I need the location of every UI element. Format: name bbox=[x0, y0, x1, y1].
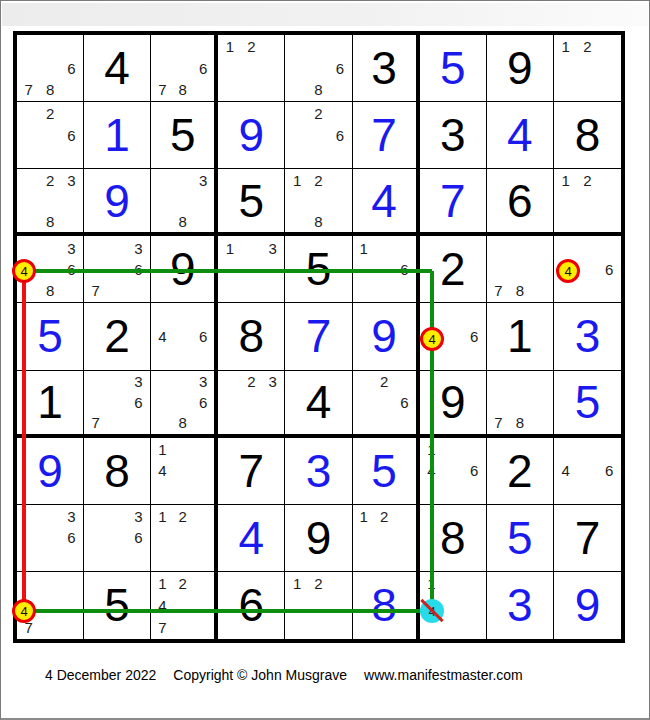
solved-digit: 4 bbox=[218, 505, 284, 571]
pencil-mark-8: 8 bbox=[39, 211, 60, 231]
pencil-marks: 26 bbox=[18, 103, 82, 167]
pencil-mark-1: 1 bbox=[152, 506, 172, 527]
cell-r2c3[interactable]: 5 bbox=[151, 102, 218, 169]
pencil-mark-3: 3 bbox=[262, 372, 283, 392]
cell-r1c7[interactable]: 5 bbox=[420, 35, 487, 102]
cell-r6c2[interactable]: 367 bbox=[84, 371, 151, 438]
solved-digit: 9 bbox=[554, 572, 621, 639]
solved-digit: 1 bbox=[84, 102, 150, 168]
pencil-marks: 47 bbox=[18, 573, 82, 638]
pencil-mark-6: 6 bbox=[128, 392, 149, 412]
pencil-marks: 46 bbox=[152, 304, 213, 368]
pencil-mark-7: 7 bbox=[18, 616, 39, 638]
given-digit: 7 bbox=[218, 438, 284, 504]
cell-r4c4[interactable]: 13 bbox=[218, 236, 285, 303]
pencil-marks: 128 bbox=[286, 170, 350, 231]
pencil-marks: 146 bbox=[421, 439, 485, 503]
pencil-mark-1: 1 bbox=[354, 237, 374, 258]
cell-r9c3[interactable]: 1247 bbox=[151, 572, 218, 639]
cell-r3c8[interactable]: 6 bbox=[487, 169, 554, 236]
solved-digit: 4 bbox=[487, 102, 553, 168]
pencil-mark-8: 8 bbox=[509, 412, 530, 432]
pencil-mark-7: 7 bbox=[85, 280, 106, 301]
pencil-mark-8: 8 bbox=[308, 79, 329, 100]
cell-r2c9[interactable]: 8 bbox=[554, 102, 621, 169]
cell-r8c7[interactable]: 8 bbox=[420, 505, 487, 572]
cell-r6c1[interactable]: 1 bbox=[17, 371, 84, 438]
pencil-mark-4: 4 bbox=[555, 259, 577, 280]
pencil-mark-7: 7 bbox=[488, 412, 509, 432]
pencil-mark-6: 6 bbox=[61, 57, 82, 78]
pencil-mark-1: 1 bbox=[555, 170, 577, 190]
cell-r3c5[interactable]: 128 bbox=[285, 169, 352, 236]
header-bar bbox=[2, 3, 648, 26]
cell-r3c1[interactable]: 238 bbox=[17, 169, 84, 236]
cell-r3c7[interactable]: 7 bbox=[420, 169, 487, 236]
pencil-marks: 14 bbox=[152, 439, 213, 503]
cell-r6c6[interactable]: 26 bbox=[353, 371, 420, 438]
solved-digit: 5 bbox=[487, 505, 553, 571]
cell-r9c4[interactable]: 6 bbox=[218, 572, 285, 639]
pencil-mark-6: 6 bbox=[128, 259, 149, 280]
pencil-marks: 46 bbox=[421, 304, 485, 368]
caption: 4 December 2022 Copyright © John Musgrav… bbox=[45, 667, 523, 683]
pencil-marks: 46 bbox=[555, 237, 620, 301]
cell-r4c5[interactable]: 5 bbox=[285, 236, 352, 303]
sudoku-board: 6784678126835912261592673482389385128476… bbox=[13, 31, 625, 643]
pencil-mark-4: 4 bbox=[555, 460, 577, 481]
given-digit: 9 bbox=[151, 236, 214, 302]
pencil-mark-6: 6 bbox=[61, 259, 82, 280]
pencil-mark-6: 6 bbox=[193, 326, 213, 347]
pencil-mark-3: 3 bbox=[61, 170, 82, 190]
pencil-mark-8: 8 bbox=[173, 211, 193, 231]
pencil-mark-7: 7 bbox=[488, 280, 509, 301]
pencil-mark-2: 2 bbox=[374, 372, 394, 392]
solved-digit: 3 bbox=[554, 303, 621, 369]
cell-r1c2[interactable]: 4 bbox=[84, 35, 151, 102]
pencil-mark-6: 6 bbox=[598, 259, 620, 280]
pencil-mark-4: 4 bbox=[421, 595, 442, 617]
cell-r7c2[interactable]: 8 bbox=[84, 438, 151, 505]
pencil-mark-6: 6 bbox=[329, 57, 350, 78]
cell-r8c1[interactable]: 36 bbox=[17, 505, 84, 572]
cell-r1c1[interactable]: 678 bbox=[17, 35, 84, 102]
cell-r4c1[interactable]: 3468 bbox=[17, 236, 84, 303]
given-digit: 4 bbox=[285, 371, 351, 434]
cell-r3c4[interactable]: 5 bbox=[218, 169, 285, 236]
solved-digit: 5 bbox=[554, 371, 621, 434]
pencil-mark-4: 4 bbox=[152, 460, 172, 481]
cell-r9c2[interactable]: 5 bbox=[84, 572, 151, 639]
cell-r9c7[interactable]: 14 bbox=[420, 572, 487, 639]
pencil-mark-2: 2 bbox=[308, 170, 329, 190]
pencil-marks: 1247 bbox=[152, 573, 213, 638]
cell-r3c6[interactable]: 4 bbox=[353, 169, 420, 236]
pencil-mark-6: 6 bbox=[193, 392, 213, 412]
given-digit: 1 bbox=[487, 303, 553, 369]
pencil-mark-2: 2 bbox=[308, 573, 329, 595]
cell-r2c8[interactable]: 4 bbox=[487, 102, 554, 169]
pencil-mark-8: 8 bbox=[39, 280, 60, 301]
cell-r8c8[interactable]: 5 bbox=[487, 505, 554, 572]
pencil-mark-2: 2 bbox=[374, 506, 394, 527]
solved-digit: 7 bbox=[285, 303, 351, 369]
cell-r7c6[interactable]: 5 bbox=[353, 438, 420, 505]
pencil-mark-2: 2 bbox=[241, 372, 262, 392]
given-digit: 7 bbox=[554, 505, 621, 571]
pencil-marks: 38 bbox=[152, 170, 213, 231]
given-digit: 6 bbox=[487, 169, 553, 232]
pencil-marks: 12 bbox=[555, 36, 620, 100]
cell-r4c9[interactable]: 46 bbox=[554, 236, 621, 303]
pencil-mark-1: 1 bbox=[555, 36, 577, 57]
solved-digit: 4 bbox=[353, 169, 416, 232]
given-digit: 5 bbox=[285, 236, 351, 302]
cell-r5c9[interactable]: 3 bbox=[554, 303, 621, 370]
pencil-mark-1: 1 bbox=[286, 573, 307, 595]
cell-r4c7[interactable]: 2 bbox=[420, 236, 487, 303]
given-digit: 8 bbox=[420, 505, 486, 571]
cell-r6c9[interactable]: 5 bbox=[554, 371, 621, 438]
pencil-mark-2: 2 bbox=[173, 506, 193, 527]
pencil-mark-6: 6 bbox=[61, 527, 82, 548]
pencil-marks: 12 bbox=[354, 506, 415, 570]
solved-digit: 9 bbox=[84, 169, 150, 232]
given-digit: 2 bbox=[487, 438, 553, 504]
given-digit: 5 bbox=[84, 572, 150, 639]
pencil-mark-4: 4 bbox=[18, 595, 39, 617]
pencil-mark-2: 2 bbox=[308, 103, 329, 124]
given-digit: 5 bbox=[151, 102, 214, 168]
given-digit: 1 bbox=[17, 371, 83, 434]
cell-r8c3[interactable]: 12 bbox=[151, 505, 218, 572]
pencil-marks: 12 bbox=[286, 573, 350, 638]
solved-digit: 3 bbox=[487, 572, 553, 639]
pencil-marks: 46 bbox=[555, 439, 620, 503]
cell-r7c5[interactable]: 3 bbox=[285, 438, 352, 505]
cell-r2c1[interactable]: 26 bbox=[17, 102, 84, 169]
pencil-mark-7: 7 bbox=[152, 616, 172, 638]
solved-digit: 9 bbox=[218, 102, 284, 168]
pencil-marks: 238 bbox=[18, 170, 82, 231]
pencil-mark-3: 3 bbox=[61, 506, 82, 527]
cell-r7c8[interactable]: 2 bbox=[487, 438, 554, 505]
cell-r6c5[interactable]: 4 bbox=[285, 371, 352, 438]
pencil-marks: 26 bbox=[354, 372, 415, 433]
pencil-marks: 14 bbox=[421, 573, 485, 638]
cell-r5c1[interactable]: 5 bbox=[17, 303, 84, 370]
pencil-marks: 367 bbox=[85, 372, 149, 433]
pencil-mark-6: 6 bbox=[329, 124, 350, 145]
sudoku-diagram-page: 6784678126835912261592673482389385128476… bbox=[0, 0, 650, 720]
cell-r8c6[interactable]: 12 bbox=[353, 505, 420, 572]
pencil-marks: 16 bbox=[354, 237, 415, 301]
pencil-mark-2: 2 bbox=[39, 170, 60, 190]
cell-r1c6[interactable]: 3 bbox=[353, 35, 420, 102]
pencil-mark-6: 6 bbox=[598, 460, 620, 481]
pencil-mark-8: 8 bbox=[509, 280, 530, 301]
cell-r9c1[interactable]: 47 bbox=[17, 572, 84, 639]
solved-digit: 9 bbox=[17, 438, 83, 504]
caption-copyright: Copyright © John Musgrave bbox=[173, 667, 347, 683]
given-digit: 2 bbox=[84, 303, 150, 369]
pencil-mark-2: 2 bbox=[39, 103, 60, 124]
cell-r5c7[interactable]: 46 bbox=[420, 303, 487, 370]
pencil-marks: 26 bbox=[286, 103, 350, 167]
pencil-mark-3: 3 bbox=[193, 170, 213, 190]
cell-r1c3[interactable]: 678 bbox=[151, 35, 218, 102]
cell-r2c6[interactable]: 7 bbox=[353, 102, 420, 169]
pencil-mark-4: 4 bbox=[152, 595, 172, 617]
cell-r3c9[interactable]: 12 bbox=[554, 169, 621, 236]
pencil-mark-4: 4 bbox=[421, 460, 442, 481]
given-digit: 9 bbox=[285, 505, 351, 571]
solved-digit: 5 bbox=[420, 35, 486, 101]
given-digit: 6 bbox=[218, 572, 284, 639]
cell-r5c3[interactable]: 46 bbox=[151, 303, 218, 370]
given-digit: 2 bbox=[420, 236, 486, 302]
pencil-mark-1: 1 bbox=[286, 170, 307, 190]
cell-r6c4[interactable]: 23 bbox=[218, 371, 285, 438]
pencil-mark-1: 1 bbox=[421, 573, 442, 595]
pencil-mark-2: 2 bbox=[241, 36, 262, 57]
cell-r5c5[interactable]: 7 bbox=[285, 303, 352, 370]
pencil-marks: 68 bbox=[286, 36, 350, 100]
cell-r3c3[interactable]: 38 bbox=[151, 169, 218, 236]
caption-date: 4 December 2022 bbox=[45, 667, 156, 683]
pencil-marks: 36 bbox=[18, 506, 82, 570]
given-digit: 8 bbox=[218, 303, 284, 369]
pencil-mark-1: 1 bbox=[152, 439, 172, 460]
cell-r8c5[interactable]: 9 bbox=[285, 505, 352, 572]
pencil-marks: 368 bbox=[152, 372, 213, 433]
cell-r6c8[interactable]: 78 bbox=[487, 371, 554, 438]
pencil-mark-6: 6 bbox=[61, 124, 82, 145]
cell-r2c4[interactable]: 9 bbox=[218, 102, 285, 169]
pencil-mark-2: 2 bbox=[173, 573, 193, 595]
pencil-mark-8: 8 bbox=[39, 79, 60, 100]
cell-r9c5[interactable]: 12 bbox=[285, 572, 352, 639]
solved-digit: 7 bbox=[420, 169, 486, 232]
pencil-marks: 78 bbox=[488, 372, 552, 433]
pencil-mark-7: 7 bbox=[85, 412, 106, 432]
pencil-marks: 678 bbox=[152, 36, 213, 100]
cell-r4c2[interactable]: 367 bbox=[84, 236, 151, 303]
solved-digit: 3 bbox=[285, 438, 351, 504]
cell-r5c2[interactable]: 2 bbox=[84, 303, 151, 370]
cell-r9c8[interactable]: 3 bbox=[487, 572, 554, 639]
pencil-mark-1: 1 bbox=[354, 506, 374, 527]
cell-r7c3[interactable]: 14 bbox=[151, 438, 218, 505]
cell-r8c4[interactable]: 4 bbox=[218, 505, 285, 572]
solved-digit: 5 bbox=[17, 303, 83, 369]
pencil-mark-4: 4 bbox=[421, 326, 442, 347]
pencil-mark-6: 6 bbox=[394, 392, 414, 412]
pencil-mark-3: 3 bbox=[262, 237, 283, 258]
given-digit: 8 bbox=[554, 102, 621, 168]
given-digit: 9 bbox=[420, 371, 486, 434]
pencil-mark-2: 2 bbox=[577, 170, 599, 190]
cell-r1c8[interactable]: 9 bbox=[487, 35, 554, 102]
cell-r5c4[interactable]: 8 bbox=[218, 303, 285, 370]
pencil-mark-6: 6 bbox=[463, 460, 484, 481]
pencil-mark-1: 1 bbox=[152, 573, 172, 595]
cell-r5c8[interactable]: 1 bbox=[487, 303, 554, 370]
pencil-marks: 12 bbox=[152, 506, 213, 570]
pencil-mark-1: 1 bbox=[219, 36, 240, 57]
cell-r8c9[interactable]: 7 bbox=[554, 505, 621, 572]
cell-r4c6[interactable]: 16 bbox=[353, 236, 420, 303]
given-digit: 9 bbox=[487, 35, 553, 101]
pencil-mark-3: 3 bbox=[61, 237, 82, 258]
given-digit: 5 bbox=[218, 169, 284, 232]
solved-digit: 9 bbox=[353, 303, 416, 369]
caption-website: www.manifestmaster.com bbox=[364, 667, 523, 683]
pencil-mark-3: 3 bbox=[128, 506, 149, 527]
cell-r4c3[interactable]: 9 bbox=[151, 236, 218, 303]
cell-r6c7[interactable]: 9 bbox=[420, 371, 487, 438]
pencil-marks: 3468 bbox=[18, 237, 82, 301]
cell-r2c7[interactable]: 3 bbox=[420, 102, 487, 169]
pencil-mark-4: 4 bbox=[18, 259, 39, 280]
pencil-marks: 23 bbox=[219, 372, 283, 433]
pencil-mark-6: 6 bbox=[463, 326, 484, 347]
cell-r5c6[interactable]: 9 bbox=[353, 303, 420, 370]
pencil-marks: 12 bbox=[555, 170, 620, 231]
pencil-mark-7: 7 bbox=[152, 79, 172, 100]
solved-digit: 7 bbox=[353, 102, 416, 168]
pencil-mark-3: 3 bbox=[193, 372, 213, 392]
pencil-mark-6: 6 bbox=[394, 259, 414, 280]
pencil-marks: 678 bbox=[18, 36, 82, 100]
cell-r6c3[interactable]: 368 bbox=[151, 371, 218, 438]
pencil-mark-8: 8 bbox=[173, 79, 193, 100]
cell-r1c5[interactable]: 68 bbox=[285, 35, 352, 102]
cell-r9c9[interactable]: 9 bbox=[554, 572, 621, 639]
pencil-mark-3: 3 bbox=[128, 372, 149, 392]
cell-r1c4[interactable]: 12 bbox=[218, 35, 285, 102]
given-digit: 3 bbox=[353, 35, 416, 101]
pencil-mark-4: 4 bbox=[152, 326, 172, 347]
given-digit: 8 bbox=[84, 438, 150, 504]
pencil-mark-1: 1 bbox=[219, 237, 240, 258]
pencil-marks: 78 bbox=[488, 237, 552, 301]
cell-r7c4[interactable]: 7 bbox=[218, 438, 285, 505]
given-digit: 4 bbox=[84, 35, 150, 101]
cell-r2c5[interactable]: 26 bbox=[285, 102, 352, 169]
given-digit: 3 bbox=[420, 102, 486, 168]
solved-digit: 5 bbox=[353, 438, 416, 504]
cell-r7c9[interactable]: 46 bbox=[554, 438, 621, 505]
pencil-marks: 13 bbox=[219, 237, 283, 301]
pencil-marks: 36 bbox=[85, 506, 149, 570]
cell-r8c2[interactable]: 36 bbox=[84, 505, 151, 572]
pencil-mark-6: 6 bbox=[128, 527, 149, 548]
cell-r7c1[interactable]: 9 bbox=[17, 438, 84, 505]
pencil-mark-3: 3 bbox=[128, 237, 149, 258]
cell-r3c2[interactable]: 9 bbox=[84, 169, 151, 236]
cell-r2c2[interactable]: 1 bbox=[84, 102, 151, 169]
pencil-mark-8: 8 bbox=[173, 412, 193, 432]
cell-r9c6[interactable]: 8 bbox=[353, 572, 420, 639]
solved-digit: 8 bbox=[353, 572, 416, 639]
cell-r4c8[interactable]: 78 bbox=[487, 236, 554, 303]
pencil-mark-1: 1 bbox=[421, 439, 442, 460]
cell-r7c7[interactable]: 146 bbox=[420, 438, 487, 505]
pencil-mark-7: 7 bbox=[18, 79, 39, 100]
pencil-mark-6: 6 bbox=[193, 57, 213, 78]
pencil-marks: 367 bbox=[85, 237, 149, 301]
pencil-mark-2: 2 bbox=[577, 36, 599, 57]
cell-r1c9[interactable]: 12 bbox=[554, 35, 621, 102]
pencil-mark-8: 8 bbox=[308, 211, 329, 231]
pencil-marks: 12 bbox=[219, 36, 283, 100]
